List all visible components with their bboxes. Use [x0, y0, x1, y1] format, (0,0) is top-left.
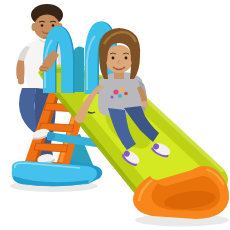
slide-illustration: [0, 0, 230, 230]
boy-left-forearm: [16, 60, 24, 80]
boy-left-hand: [18, 77, 24, 84]
support-bar-cap: [47, 132, 55, 140]
girl-face: [105, 45, 133, 73]
girl-right-hand: [141, 101, 148, 107]
girl-neck: [114, 72, 124, 79]
product-photo: [0, 0, 230, 230]
